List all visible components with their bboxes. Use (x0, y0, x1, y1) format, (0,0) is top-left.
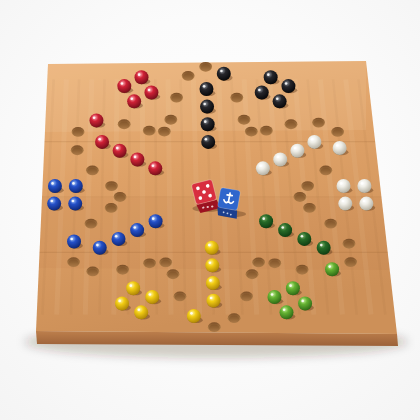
blue-marble-finish-2[interactable] (130, 223, 144, 237)
red-marble-finish-2[interactable] (130, 153, 144, 167)
red-marble-base-3[interactable] (127, 94, 141, 108)
red-marble-track[interactable] (89, 113, 103, 127)
black-marble-finish-1[interactable] (201, 135, 215, 149)
yellow-marble-base-2[interactable] (115, 297, 129, 311)
blue-marble-finish-3[interactable] (112, 232, 126, 246)
yellow-marble-track[interactable] (187, 309, 201, 323)
blue-marble-finish-4[interactable] (93, 241, 107, 255)
green-marble-finish-2[interactable] (278, 223, 292, 237)
white-marble-base-2[interactable] (359, 197, 373, 211)
red-marble-base-1[interactable] (117, 79, 131, 93)
yellow-marble-base-3[interactable] (145, 290, 159, 304)
white-marble-finish-4[interactable] (307, 135, 321, 149)
green-marble-base-4[interactable] (267, 290, 281, 304)
red-marble-finish-3[interactable] (113, 144, 127, 158)
black-marble-track[interactable] (217, 67, 231, 81)
green-marble-base-3[interactable] (286, 281, 300, 295)
blue-marble-finish-1[interactable] (149, 214, 163, 228)
yellow-marble-finish-4[interactable] (206, 294, 220, 308)
green-marble-base-2[interactable] (280, 305, 294, 319)
ludo-board (0, 0, 420, 420)
white-marble-finish-3[interactable] (290, 144, 304, 158)
blue-marble-base-1[interactable] (47, 197, 61, 211)
white-marble-finish-1[interactable] (256, 161, 270, 175)
black-marble-base-3[interactable] (255, 86, 269, 100)
red-marble-finish-1[interactable] (148, 161, 162, 175)
white-marble-base-1[interactable] (357, 179, 371, 193)
black-marble-finish-2[interactable] (201, 117, 215, 131)
green-marble-finish-4[interactable] (317, 241, 331, 255)
yellow-marble-finish-1[interactable] (205, 241, 219, 255)
yellow-marble-finish-2[interactable] (205, 258, 219, 272)
white-marble-base-3[interactable] (337, 179, 351, 193)
yellow-marble-base-4[interactable] (126, 281, 140, 295)
green-marble-finish-3[interactable] (297, 232, 311, 246)
green-marble-finish-1[interactable] (259, 214, 273, 228)
yellow-marble-base-1[interactable] (134, 305, 148, 319)
white-marble-track[interactable] (333, 141, 347, 155)
red-marble-base-4[interactable] (144, 86, 158, 100)
black-marble-finish-3[interactable] (200, 100, 214, 114)
black-marble-base-2[interactable] (281, 79, 295, 93)
black-marble-base-1[interactable] (264, 70, 278, 84)
black-marble-base-4[interactable] (273, 94, 287, 108)
red-marble-finish-4[interactable] (95, 135, 109, 149)
blue-marble-base-2[interactable] (48, 179, 62, 193)
green-marble-base-1[interactable] (298, 297, 312, 311)
yellow-marble-finish-3[interactable] (206, 276, 220, 290)
white-marble-finish-2[interactable] (273, 153, 287, 167)
blue-marble-base-3[interactable] (68, 197, 82, 211)
blue-marble-track[interactable] (67, 235, 81, 249)
blue-marble-base-4[interactable] (69, 179, 83, 193)
black-marble-finish-4[interactable] (199, 82, 213, 96)
green-marble-track[interactable] (325, 262, 339, 276)
photo-scene: Wooden 6-player marble race game board (… (0, 0, 420, 420)
red-marble-base-2[interactable] (135, 70, 149, 84)
white-marble-base-4[interactable] (338, 197, 352, 211)
